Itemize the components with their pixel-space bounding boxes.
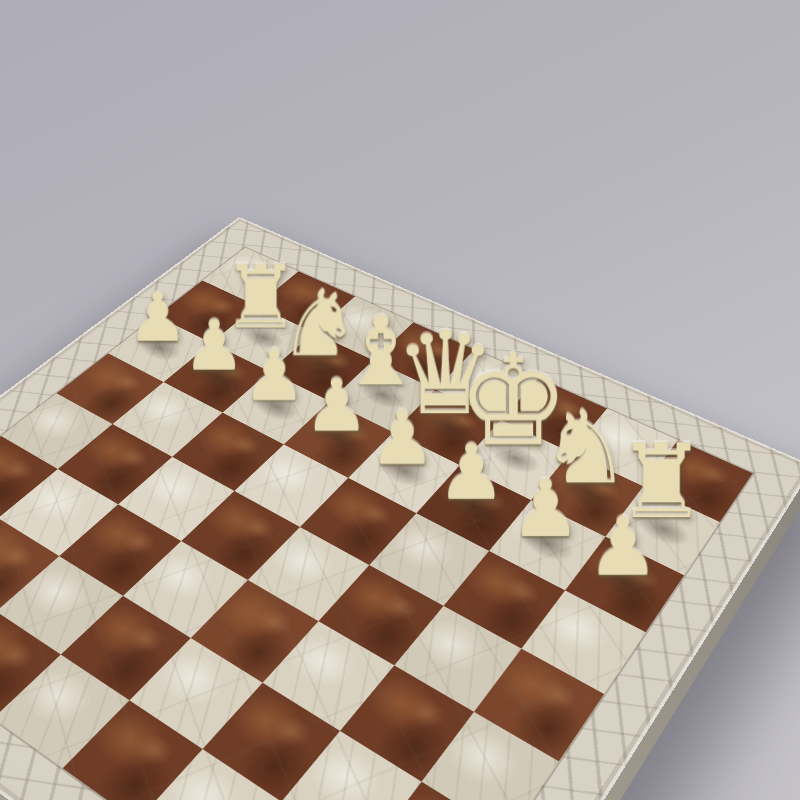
photo-backdrop: ♜♞♝♛♚♞♜♟♟♟♟♟♟♟♟ [0, 0, 800, 800]
scene: ♜♞♝♛♚♞♜♟♟♟♟♟♟♟♟ [0, 0, 800, 800]
pawn-glyph: ♟ [510, 471, 581, 546]
piece-upright: ♟ [587, 508, 660, 585]
pawn-glyph: ♟ [587, 508, 660, 585]
chess-board: ♜♞♝♛♚♞♜♟♟♟♟♟♟♟♟ [0, 217, 800, 800]
piece-upright: ♟ [510, 471, 581, 546]
